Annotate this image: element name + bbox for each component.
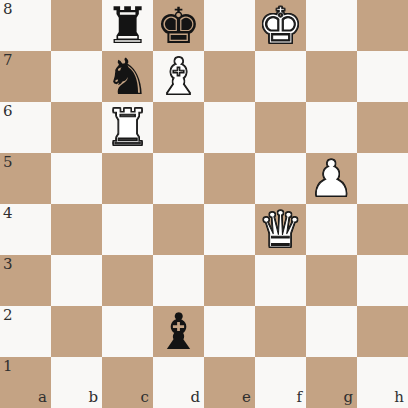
square-h6[interactable] <box>357 102 408 153</box>
square-d7[interactable]: ♝ <box>153 51 204 102</box>
square-f8[interactable]: ♚ <box>255 0 306 51</box>
square-c8[interactable]: ♜ <box>102 0 153 51</box>
square-c6[interactable]: ♜ <box>102 102 153 153</box>
square-c7[interactable]: ♞ <box>102 51 153 102</box>
square-a4[interactable] <box>0 204 51 255</box>
square-b8[interactable] <box>51 0 102 51</box>
square-b4[interactable] <box>51 204 102 255</box>
square-f2[interactable] <box>255 306 306 357</box>
piece-black-knight[interactable]: ♞ <box>102 51 153 102</box>
square-b3[interactable] <box>51 255 102 306</box>
square-a2[interactable] <box>0 306 51 357</box>
square-g4[interactable] <box>306 204 357 255</box>
square-b6[interactable] <box>51 102 102 153</box>
square-d8[interactable]: ♚ <box>153 0 204 51</box>
piece-white-queen[interactable]: ♛ <box>255 204 306 255</box>
piece-white-rook[interactable]: ♜ <box>102 102 153 153</box>
square-d2[interactable]: ♝ <box>153 306 204 357</box>
square-c4[interactable] <box>102 204 153 255</box>
square-h5[interactable] <box>357 153 408 204</box>
square-h1[interactable] <box>357 357 408 408</box>
square-b1[interactable] <box>51 357 102 408</box>
piece-white-bishop[interactable]: ♝ <box>153 51 204 102</box>
square-d5[interactable] <box>153 153 204 204</box>
square-g1[interactable] <box>306 357 357 408</box>
square-g5[interactable]: ♟ <box>306 153 357 204</box>
chess-board: ♜♚♚♞♝♜♟♛♝87654321abcdefgh <box>0 0 408 408</box>
square-e7[interactable] <box>204 51 255 102</box>
square-e4[interactable] <box>204 204 255 255</box>
square-h7[interactable] <box>357 51 408 102</box>
square-d1[interactable] <box>153 357 204 408</box>
square-h8[interactable] <box>357 0 408 51</box>
square-g2[interactable] <box>306 306 357 357</box>
square-c1[interactable] <box>102 357 153 408</box>
square-b2[interactable] <box>51 306 102 357</box>
piece-black-rook[interactable]: ♜ <box>102 0 153 51</box>
square-c2[interactable] <box>102 306 153 357</box>
square-f4[interactable]: ♛ <box>255 204 306 255</box>
square-d6[interactable] <box>153 102 204 153</box>
square-h3[interactable] <box>357 255 408 306</box>
square-e8[interactable] <box>204 0 255 51</box>
square-a8[interactable] <box>0 0 51 51</box>
square-g6[interactable] <box>306 102 357 153</box>
piece-black-king[interactable]: ♚ <box>153 0 204 51</box>
square-e1[interactable] <box>204 357 255 408</box>
square-g7[interactable] <box>306 51 357 102</box>
square-g3[interactable] <box>306 255 357 306</box>
square-a7[interactable] <box>0 51 51 102</box>
square-f1[interactable] <box>255 357 306 408</box>
square-b5[interactable] <box>51 153 102 204</box>
piece-white-king[interactable]: ♚ <box>255 0 306 51</box>
square-b7[interactable] <box>51 51 102 102</box>
square-e6[interactable] <box>204 102 255 153</box>
square-e2[interactable] <box>204 306 255 357</box>
square-h4[interactable] <box>357 204 408 255</box>
square-f7[interactable] <box>255 51 306 102</box>
square-e5[interactable] <box>204 153 255 204</box>
square-a1[interactable] <box>0 357 51 408</box>
square-a5[interactable] <box>0 153 51 204</box>
square-a6[interactable] <box>0 102 51 153</box>
square-f5[interactable] <box>255 153 306 204</box>
square-e3[interactable] <box>204 255 255 306</box>
square-g8[interactable] <box>306 0 357 51</box>
square-h2[interactable] <box>357 306 408 357</box>
square-c3[interactable] <box>102 255 153 306</box>
square-d3[interactable] <box>153 255 204 306</box>
square-c5[interactable] <box>102 153 153 204</box>
piece-black-bishop[interactable]: ♝ <box>153 306 204 357</box>
square-d4[interactable] <box>153 204 204 255</box>
square-f6[interactable] <box>255 102 306 153</box>
square-a3[interactable] <box>0 255 51 306</box>
square-f3[interactable] <box>255 255 306 306</box>
piece-white-pawn[interactable]: ♟ <box>306 153 357 204</box>
